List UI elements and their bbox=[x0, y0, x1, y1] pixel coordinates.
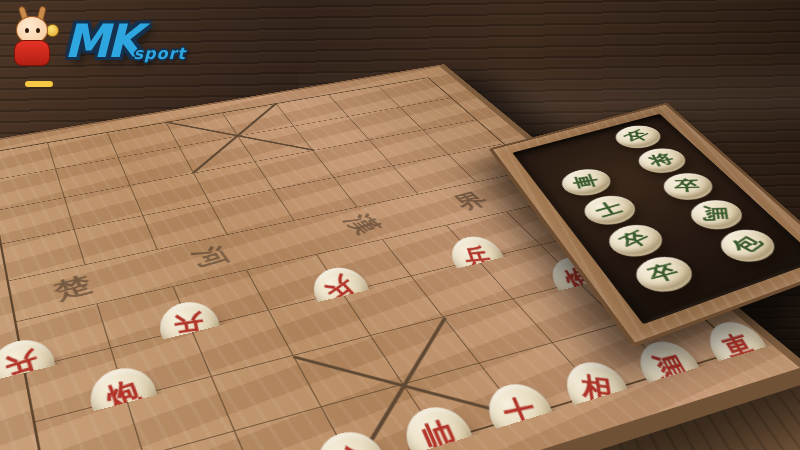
brand-text: MK bbox=[64, 18, 139, 64]
red-advisor-piece[interactable]: 士 bbox=[478, 377, 564, 450]
piece-character: 卒 bbox=[615, 228, 653, 251]
piece-character: 炮 bbox=[103, 376, 145, 415]
piece-character: 士 bbox=[591, 199, 625, 219]
piece-character: 車 bbox=[570, 173, 600, 190]
piece-character: 仕 bbox=[330, 443, 373, 450]
piece-character: 卒 bbox=[621, 128, 654, 145]
piece-character: 馬 bbox=[649, 351, 690, 385]
piece-character: 卒 bbox=[644, 261, 681, 285]
piece-character: 車 bbox=[718, 330, 759, 363]
black-soldier-piece[interactable]: 卒 bbox=[600, 220, 671, 263]
piece-character: 士 bbox=[499, 394, 541, 430]
piece-character: 兵 bbox=[461, 245, 494, 270]
mascot-body bbox=[14, 40, 50, 66]
piece-character: 兵 bbox=[2, 348, 41, 384]
black-horse-piece[interactable]: 馬 bbox=[682, 195, 751, 235]
piece-character: 兵 bbox=[321, 273, 360, 307]
brand-suffix-text: sport bbox=[133, 44, 186, 63]
red-horse-piece[interactable]: 馬 bbox=[629, 336, 713, 406]
red-soldier-piece[interactable]: 兵 bbox=[154, 297, 227, 361]
red-advisor-piece[interactable]: 仕 bbox=[308, 424, 397, 450]
red-chariot-piece[interactable]: 車 bbox=[699, 316, 781, 383]
scene: 象 楚河漢界 兵兵兵兵兵炮炮車馬相仕帅士相馬車 卒車将士卒卒馬卒包 bbox=[0, 0, 800, 450]
mksport-logo: MK sport bbox=[8, 6, 186, 70]
piece-character: 兵 bbox=[173, 311, 207, 341]
piece-character: 将 bbox=[646, 152, 676, 168]
piece-character: 相 bbox=[579, 373, 614, 405]
red-general-piece[interactable]: 帅 bbox=[396, 400, 484, 450]
red-soldier-piece[interactable]: 兵 bbox=[306, 263, 377, 322]
piece-character: 包 bbox=[727, 233, 766, 256]
red-soldier-piece[interactable]: 兵 bbox=[0, 334, 60, 403]
dragon-mascot-icon bbox=[8, 6, 62, 70]
black-soldier-piece[interactable]: 卒 bbox=[627, 251, 702, 298]
black-advisor-piece[interactable]: 士 bbox=[576, 191, 643, 230]
red-soldier-piece[interactable]: 兵 bbox=[443, 232, 512, 287]
piece-character: 卒 bbox=[674, 178, 700, 192]
piece-character: 帅 bbox=[417, 417, 461, 450]
mascot-eye bbox=[25, 28, 29, 33]
red-cannon-piece[interactable]: 炮 bbox=[85, 362, 164, 436]
red-elephant-piece[interactable]: 相 bbox=[556, 356, 641, 429]
mascot-sash bbox=[25, 81, 53, 87]
piece-character: 馬 bbox=[701, 206, 729, 222]
mascot-eye bbox=[36, 28, 40, 33]
river-character: 界 bbox=[446, 187, 498, 216]
black-cannon-piece[interactable]: 包 bbox=[711, 224, 784, 268]
